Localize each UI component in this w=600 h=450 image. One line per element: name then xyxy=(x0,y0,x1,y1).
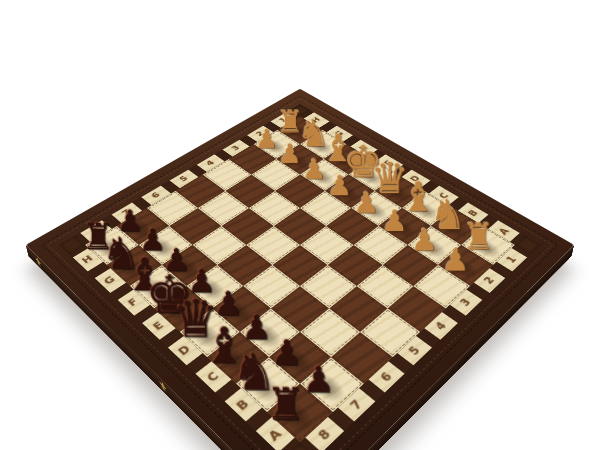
piece-white-pawn-a2[interactable]: ♟ xyxy=(442,246,470,274)
product-photo-scene: HGFEDCBA 12345678 ♜♞♝♚♛♝♞♜♟♟♟♟♟♟♟♟♟♟♟♟♟♟… xyxy=(0,0,600,450)
square-d4[interactable] xyxy=(300,226,354,265)
square-f5[interactable] xyxy=(221,208,273,245)
piece-white-pawn-d2[interactable]: ♟ xyxy=(354,190,380,216)
board-inlay: HGFEDCBA 12345678 ♜♞♝♚♛♝♞♜♟♟♟♟♟♟♟♟♟♟♟♟♟♟… xyxy=(60,104,541,450)
piece-black-rook-a8[interactable]: ♜ xyxy=(266,384,306,424)
piece-white-pawn-e2[interactable]: ♟ xyxy=(327,173,352,198)
piece-white-pawn-g2[interactable]: ♟ xyxy=(278,141,302,165)
piece-white-pawn-f2[interactable]: ♟ xyxy=(302,157,327,182)
chess-board: HGFEDCBA 12345678 ♜♞♝♚♛♝♞♜♟♟♟♟♟♟♟♟♟♟♟♟♟♟… xyxy=(26,89,575,450)
piece-white-pawn-b2[interactable]: ♟ xyxy=(411,226,438,253)
piece-black-pawn-a7[interactable]: ♟ xyxy=(303,363,335,396)
piece-white-pawn-c2[interactable]: ♟ xyxy=(381,207,407,234)
